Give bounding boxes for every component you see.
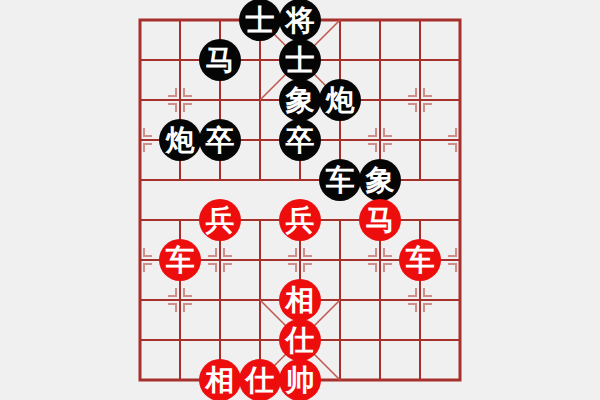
black-cannon[interactable]: 炮 [319,79,361,121]
red-general[interactable]: 帅 [279,359,321,400]
xiangqi-board: 士将马士象炮炮卒卒车象兵兵马车车相仕相仕帅 [0,0,600,400]
red-elephant[interactable]: 相 [279,279,321,321]
red-soldier[interactable]: 兵 [279,199,321,241]
red-chariot[interactable]: 车 [159,239,201,281]
black-advisor[interactable]: 士 [239,0,281,41]
black-chariot[interactable]: 车 [319,159,361,201]
red-horse[interactable]: 马 [359,199,401,241]
red-advisor[interactable]: 仕 [239,359,281,400]
red-chariot[interactable]: 车 [399,239,441,281]
black-advisor[interactable]: 士 [279,39,321,81]
red-advisor[interactable]: 仕 [279,319,321,361]
black-horse[interactable]: 马 [199,39,241,81]
black-cannon[interactable]: 炮 [159,119,201,161]
piece-layer[interactable]: 士将马士象炮炮卒卒车象兵兵马车车相仕相仕帅 [120,0,480,400]
black-general[interactable]: 将 [279,0,321,41]
red-elephant[interactable]: 相 [199,359,241,400]
black-elephant[interactable]: 象 [359,159,401,201]
red-soldier[interactable]: 兵 [199,199,241,241]
black-soldier[interactable]: 卒 [199,119,241,161]
black-elephant[interactable]: 象 [279,79,321,121]
black-soldier[interactable]: 卒 [279,119,321,161]
